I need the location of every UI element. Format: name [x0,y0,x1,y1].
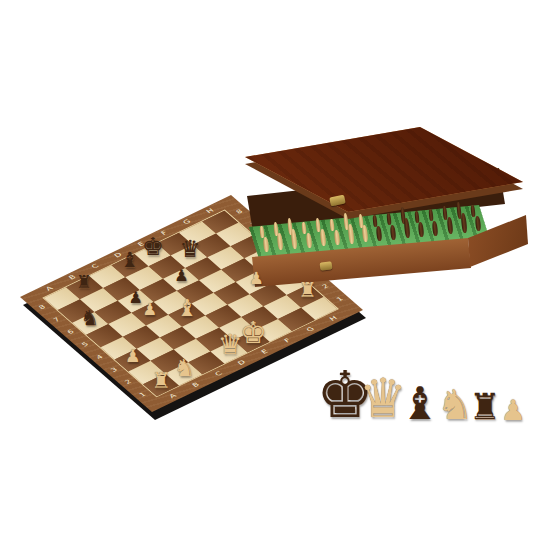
board-piece-light-pawn-g4: ♟ [249,270,264,287]
board-rank-label: 4 [95,354,104,360]
board-rank-label: 6 [67,329,76,335]
board-piece-light-king-e1: ♚ [240,318,267,348]
board-file-label: H [328,315,338,322]
board-rank-label: 1 [336,296,345,302]
board-rank-label: 7 [52,317,61,323]
board-piece-light-knight-b1: ♞ [174,357,195,381]
board-piece-light-pawn-a3: ♟ [125,349,141,366]
display-piece-light-knight: ♞ [437,385,474,426]
display-piece-light-pawn: ♟ [500,397,525,425]
box-latch-icon [320,261,333,271]
board-rank-label: 5 [81,342,90,348]
board-rank-label: 1 [138,392,147,398]
board-piece-light-rook-h2: ♜ [298,280,317,301]
board-piece-light-pawn-c5: ♟ [143,302,158,318]
board-rank-label: 3 [110,367,119,373]
board-rank-label: 8 [38,304,47,310]
board-piece-dark-rook-b8: ♜ [76,275,92,293]
board-file-label: C [90,263,100,270]
board-file-label: G [305,326,315,333]
board-piece-dark-queen-f7: ♛ [179,237,200,261]
board-file-label: B [191,382,201,388]
board-piece-dark-knight-a6: ♞ [80,308,98,329]
board-file-label: G [182,219,192,226]
board-piece-light-bishop-d4: ♝ [177,297,198,321]
board-file-label: A [168,393,178,399]
board-piece-dark-pawn-c6: ♟ [128,290,142,306]
board-file-label: H [205,208,215,215]
tray-piece-dark [386,213,391,225]
board-rank-label: 8 [235,209,244,215]
board-piece-dark-king-e8: ♚ [142,235,164,260]
board-rank-label: 2 [321,284,330,290]
board-piece-dark-bishop-d8: ♝ [120,249,139,270]
board-file-label: F [283,338,292,344]
board-piece-dark-pawn-e6: ♟ [174,268,188,284]
board-rank-label: 2 [124,379,133,385]
display-piece-dark-bishop: ♝ [400,381,440,426]
product-photo: 1122334455667788AABBCCDDEEFFGGHH ♜♝♚♛♞♟♟… [0,0,560,560]
display-piece-dark-rook: ♜ [469,389,501,425]
board-file-label: C [214,371,224,378]
board-file-label: A [45,285,55,291]
board-piece-light-rook-a1: ♜ [152,370,171,391]
